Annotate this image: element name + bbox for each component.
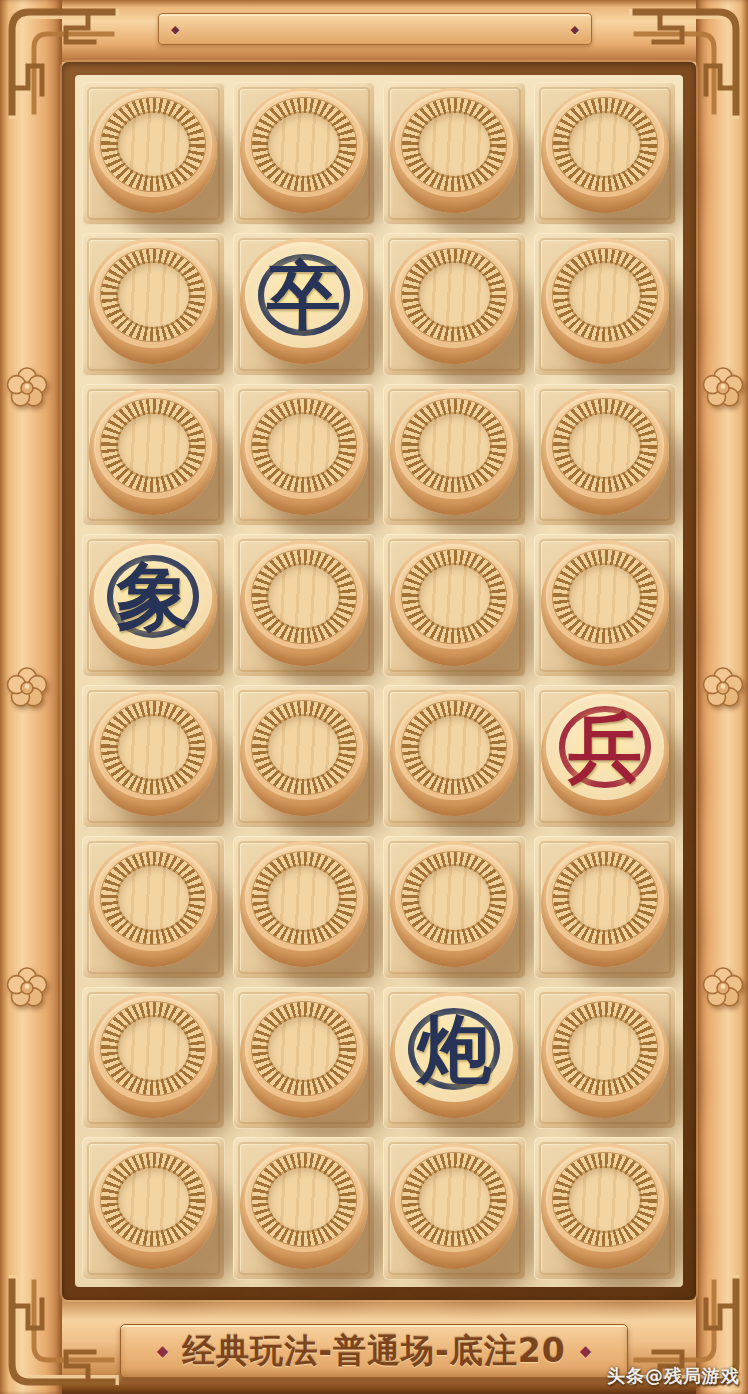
piece-top bbox=[94, 996, 212, 1102]
piece-face-down[interactable] bbox=[89, 992, 217, 1118]
piece-black-卒[interactable]: 卒 bbox=[240, 238, 368, 364]
piece-top bbox=[546, 242, 664, 348]
piece-center bbox=[419, 866, 490, 929]
board-grid: 卒象兵炮 bbox=[75, 75, 683, 1287]
piece-character: 象 bbox=[94, 544, 212, 650]
piece-face-down[interactable] bbox=[240, 691, 368, 817]
piece-top bbox=[245, 845, 363, 951]
piece-top bbox=[94, 393, 212, 499]
piece-face-down[interactable] bbox=[541, 841, 669, 967]
board-cell-r3c1 bbox=[82, 384, 225, 527]
piece-face-down[interactable] bbox=[89, 389, 217, 515]
piece-top bbox=[94, 242, 212, 348]
piece-center bbox=[118, 113, 189, 176]
board-cell-r6c3 bbox=[383, 836, 526, 979]
board-cell-r3c4 bbox=[534, 384, 677, 527]
piece-center bbox=[118, 866, 189, 929]
piece-center bbox=[268, 414, 339, 477]
board-cell-r2c4 bbox=[534, 233, 677, 376]
piece-face-down[interactable] bbox=[541, 389, 669, 515]
piece-top bbox=[245, 694, 363, 800]
piece-top bbox=[395, 544, 513, 650]
piece-top bbox=[94, 1147, 212, 1253]
piece-top bbox=[395, 1147, 513, 1253]
board-rim: 卒象兵炮 bbox=[62, 62, 696, 1300]
watermark: 头条@残局游戏 bbox=[607, 1364, 740, 1388]
piece-top bbox=[546, 845, 664, 951]
piece-center bbox=[419, 565, 490, 628]
piece-face-down[interactable] bbox=[541, 238, 669, 364]
piece-center bbox=[569, 1017, 640, 1080]
piece-top: 炮 bbox=[395, 996, 513, 1102]
piece-center bbox=[118, 716, 189, 779]
piece-center bbox=[268, 1017, 339, 1080]
game-mode-label: 经典玩法-普通场-底注20 bbox=[182, 1329, 565, 1374]
piece-face-down[interactable] bbox=[240, 88, 368, 214]
board-cell-r5c4: 兵 bbox=[534, 685, 677, 828]
board-cell-r4c4 bbox=[534, 534, 677, 677]
piece-top bbox=[395, 393, 513, 499]
piece-center bbox=[268, 866, 339, 929]
piece-center bbox=[569, 866, 640, 929]
piece-center bbox=[268, 716, 339, 779]
board-cell-r6c2 bbox=[233, 836, 376, 979]
piece-top: 兵 bbox=[546, 694, 664, 800]
piece-top bbox=[546, 544, 664, 650]
board-cell-r2c2: 卒 bbox=[233, 233, 376, 376]
piece-top bbox=[245, 91, 363, 197]
board-cell-r1c1 bbox=[82, 82, 225, 225]
piece-face-down[interactable] bbox=[390, 540, 518, 666]
board-cell-r7c3: 炮 bbox=[383, 987, 526, 1130]
diamond-icon: ◆ bbox=[157, 1342, 169, 1360]
game-screen: ◆ ◆ 卒象兵炮 ◆ 经典玩法-普通场-底注20 ◆ 头条@残局游戏 bbox=[0, 0, 748, 1394]
piece-top bbox=[94, 91, 212, 197]
piece-center bbox=[268, 1168, 339, 1231]
piece-face-down[interactable] bbox=[240, 992, 368, 1118]
board-cell-r5c2 bbox=[233, 685, 376, 828]
piece-face-down[interactable] bbox=[240, 841, 368, 967]
board-cell-r3c3 bbox=[383, 384, 526, 527]
piece-face-down[interactable] bbox=[390, 691, 518, 817]
piece-center bbox=[419, 1168, 490, 1231]
piece-center bbox=[419, 263, 490, 326]
board-cell-r7c4 bbox=[534, 987, 677, 1130]
flower-rosette-icon bbox=[4, 365, 50, 411]
nail-diamond-icon: ◆ bbox=[571, 23, 579, 36]
board-cell-r8c1 bbox=[82, 1137, 225, 1280]
piece-center bbox=[118, 263, 189, 326]
piece-face-down[interactable] bbox=[89, 88, 217, 214]
flower-rosette-icon bbox=[700, 965, 746, 1011]
board-cell-r8c3 bbox=[383, 1137, 526, 1280]
piece-character: 兵 bbox=[546, 694, 664, 800]
piece-face-down[interactable] bbox=[541, 88, 669, 214]
board-cell-r8c4 bbox=[534, 1137, 677, 1280]
piece-face-down[interactable] bbox=[541, 992, 669, 1118]
flower-rosette-icon bbox=[4, 965, 50, 1011]
board-cell-r4c1: 象 bbox=[82, 534, 225, 677]
piece-center bbox=[569, 113, 640, 176]
piece-top: 象 bbox=[94, 544, 212, 650]
piece-top bbox=[546, 91, 664, 197]
board-cell-r2c1 bbox=[82, 233, 225, 376]
piece-top bbox=[245, 996, 363, 1102]
piece-face-down[interactable] bbox=[240, 389, 368, 515]
piece-top bbox=[395, 845, 513, 951]
board-cell-r1c4 bbox=[534, 82, 677, 225]
piece-top: 卒 bbox=[245, 242, 363, 348]
flower-rosette-icon bbox=[700, 665, 746, 711]
diamond-icon: ◆ bbox=[580, 1342, 592, 1360]
piece-face-down[interactable] bbox=[390, 389, 518, 515]
piece-face-down[interactable] bbox=[240, 1143, 368, 1269]
piece-face-down[interactable] bbox=[390, 841, 518, 967]
piece-center bbox=[268, 113, 339, 176]
piece-top bbox=[94, 845, 212, 951]
piece-top bbox=[546, 1147, 664, 1253]
board-cell-r1c3 bbox=[383, 82, 526, 225]
board-cell-r4c2 bbox=[233, 534, 376, 677]
piece-face-down[interactable] bbox=[89, 238, 217, 364]
piece-character: 炮 bbox=[395, 996, 513, 1102]
footer-banner: ◆ 经典玩法-普通场-底注20 ◆ bbox=[120, 1324, 628, 1378]
piece-face-down[interactable] bbox=[89, 1143, 217, 1269]
flower-rosette-icon bbox=[700, 365, 746, 411]
piece-top bbox=[245, 544, 363, 650]
piece-center bbox=[569, 414, 640, 477]
piece-center bbox=[569, 263, 640, 326]
piece-center bbox=[118, 414, 189, 477]
top-plank: ◆ ◆ bbox=[158, 13, 592, 45]
piece-face-down[interactable] bbox=[541, 540, 669, 666]
piece-top bbox=[395, 694, 513, 800]
piece-top bbox=[94, 694, 212, 800]
piece-face-down[interactable] bbox=[390, 238, 518, 364]
piece-center bbox=[268, 565, 339, 628]
piece-top bbox=[395, 242, 513, 348]
piece-face-down[interactable] bbox=[390, 88, 518, 214]
piece-top bbox=[546, 393, 664, 499]
board-cell-r3c2 bbox=[233, 384, 376, 527]
board-cell-r2c3 bbox=[383, 233, 526, 376]
piece-top bbox=[395, 91, 513, 197]
board-cell-r7c1 bbox=[82, 987, 225, 1130]
piece-character: 卒 bbox=[245, 242, 363, 348]
piece-face-down[interactable] bbox=[89, 841, 217, 967]
nail-diamond-icon: ◆ bbox=[171, 23, 179, 36]
board-cell-r8c2 bbox=[233, 1137, 376, 1280]
piece-top bbox=[245, 393, 363, 499]
piece-center bbox=[569, 565, 640, 628]
flower-rosette-icon bbox=[4, 665, 50, 711]
piece-face-down[interactable] bbox=[541, 1143, 669, 1269]
piece-face-down[interactable] bbox=[390, 1143, 518, 1269]
piece-black-象[interactable]: 象 bbox=[89, 540, 217, 666]
board-cell-r1c2 bbox=[233, 82, 376, 225]
board-cell-r6c1 bbox=[82, 836, 225, 979]
piece-black-炮[interactable]: 炮 bbox=[390, 992, 518, 1118]
piece-center bbox=[419, 414, 490, 477]
piece-center bbox=[419, 113, 490, 176]
piece-top bbox=[245, 1147, 363, 1253]
piece-face-down[interactable] bbox=[240, 540, 368, 666]
piece-top bbox=[546, 996, 664, 1102]
piece-center bbox=[118, 1168, 189, 1231]
piece-center bbox=[118, 1017, 189, 1080]
board-cell-r5c3 bbox=[383, 685, 526, 828]
board-cell-r7c2 bbox=[233, 987, 376, 1130]
board-cell-r4c3 bbox=[383, 534, 526, 677]
piece-center bbox=[419, 716, 490, 779]
piece-face-down[interactable] bbox=[89, 691, 217, 817]
board-cell-r5c1 bbox=[82, 685, 225, 828]
board-cell-r6c4 bbox=[534, 836, 677, 979]
piece-center bbox=[569, 1168, 640, 1231]
piece-red-兵[interactable]: 兵 bbox=[541, 691, 669, 817]
